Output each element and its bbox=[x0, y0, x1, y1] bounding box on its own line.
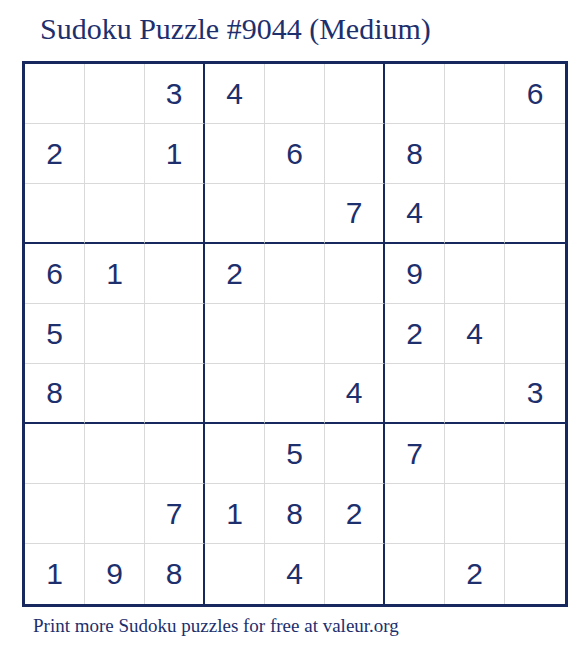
cell-r3c5[interactable] bbox=[265, 184, 325, 244]
cell-r1c3: 3 bbox=[145, 64, 205, 124]
cell-r4c4: 2 bbox=[205, 244, 265, 304]
cell-r7c8[interactable] bbox=[445, 424, 505, 484]
sudoku-page: Sudoku Puzzle #9044 (Medium) 34621687461… bbox=[0, 0, 574, 651]
cell-r2c9[interactable] bbox=[505, 124, 565, 184]
cell-r8c4: 1 bbox=[205, 484, 265, 544]
cell-r3c3[interactable] bbox=[145, 184, 205, 244]
cell-r4c1: 6 bbox=[25, 244, 85, 304]
cell-r3c1[interactable] bbox=[25, 184, 85, 244]
cell-r3c8[interactable] bbox=[445, 184, 505, 244]
cell-r1c8[interactable] bbox=[445, 64, 505, 124]
cell-r5c5[interactable] bbox=[265, 304, 325, 364]
cell-r8c5: 8 bbox=[265, 484, 325, 544]
cell-r6c6: 4 bbox=[325, 364, 385, 424]
cell-r3c7: 4 bbox=[385, 184, 445, 244]
cell-r2c2[interactable] bbox=[85, 124, 145, 184]
cell-r6c1: 8 bbox=[25, 364, 85, 424]
cell-r6c8[interactable] bbox=[445, 364, 505, 424]
cell-r1c6[interactable] bbox=[325, 64, 385, 124]
cell-r9c3: 8 bbox=[145, 544, 205, 604]
cell-r1c1[interactable] bbox=[25, 64, 85, 124]
cell-r1c4: 4 bbox=[205, 64, 265, 124]
cell-r7c2[interactable] bbox=[85, 424, 145, 484]
cell-r5c9[interactable] bbox=[505, 304, 565, 364]
cell-r2c5: 6 bbox=[265, 124, 325, 184]
cell-r4c3[interactable] bbox=[145, 244, 205, 304]
cell-r3c4[interactable] bbox=[205, 184, 265, 244]
cell-r7c1[interactable] bbox=[25, 424, 85, 484]
cell-r6c7[interactable] bbox=[385, 364, 445, 424]
cell-r9c8: 2 bbox=[445, 544, 505, 604]
cell-r1c9: 6 bbox=[505, 64, 565, 124]
cell-r5c7: 2 bbox=[385, 304, 445, 364]
cell-r4c9[interactable] bbox=[505, 244, 565, 304]
cell-r5c2[interactable] bbox=[85, 304, 145, 364]
cell-r9c4[interactable] bbox=[205, 544, 265, 604]
cell-r9c5: 4 bbox=[265, 544, 325, 604]
cell-r2c7: 8 bbox=[385, 124, 445, 184]
cell-r9c6[interactable] bbox=[325, 544, 385, 604]
cell-r5c3[interactable] bbox=[145, 304, 205, 364]
cell-r8c3: 7 bbox=[145, 484, 205, 544]
cell-r6c9: 3 bbox=[505, 364, 565, 424]
cell-r5c6[interactable] bbox=[325, 304, 385, 364]
cell-r8c6: 2 bbox=[325, 484, 385, 544]
cell-r1c5[interactable] bbox=[265, 64, 325, 124]
cell-r3c2[interactable] bbox=[85, 184, 145, 244]
cell-r6c2[interactable] bbox=[85, 364, 145, 424]
footer-text: Print more Sudoku puzzles for free at va… bbox=[33, 615, 399, 637]
cell-r7c3[interactable] bbox=[145, 424, 205, 484]
cell-r8c7[interactable] bbox=[385, 484, 445, 544]
cell-r8c9[interactable] bbox=[505, 484, 565, 544]
cell-r4c7: 9 bbox=[385, 244, 445, 304]
cell-r8c8[interactable] bbox=[445, 484, 505, 544]
cell-r6c3[interactable] bbox=[145, 364, 205, 424]
cell-r2c6[interactable] bbox=[325, 124, 385, 184]
cell-r7c5: 5 bbox=[265, 424, 325, 484]
cell-r9c1: 1 bbox=[25, 544, 85, 604]
cell-r4c8[interactable] bbox=[445, 244, 505, 304]
cell-r1c2[interactable] bbox=[85, 64, 145, 124]
cell-r4c6[interactable] bbox=[325, 244, 385, 304]
cell-r4c2: 1 bbox=[85, 244, 145, 304]
cell-r2c8[interactable] bbox=[445, 124, 505, 184]
cell-r6c5[interactable] bbox=[265, 364, 325, 424]
cell-r1c7[interactable] bbox=[385, 64, 445, 124]
cell-r4c5[interactable] bbox=[265, 244, 325, 304]
cell-r7c6[interactable] bbox=[325, 424, 385, 484]
cell-r7c4[interactable] bbox=[205, 424, 265, 484]
cell-r6c4[interactable] bbox=[205, 364, 265, 424]
cell-r7c9[interactable] bbox=[505, 424, 565, 484]
sudoku-grid: 346216874612952484357718219842 bbox=[22, 61, 568, 607]
cell-r3c6: 7 bbox=[325, 184, 385, 244]
cell-r9c9[interactable] bbox=[505, 544, 565, 604]
cell-r9c7[interactable] bbox=[385, 544, 445, 604]
cell-r2c3: 1 bbox=[145, 124, 205, 184]
cell-r9c2: 9 bbox=[85, 544, 145, 604]
page-title: Sudoku Puzzle #9044 (Medium) bbox=[40, 12, 431, 46]
cell-r2c1: 2 bbox=[25, 124, 85, 184]
cell-r5c4[interactable] bbox=[205, 304, 265, 364]
cell-r8c2[interactable] bbox=[85, 484, 145, 544]
cell-r5c1: 5 bbox=[25, 304, 85, 364]
cell-r8c1[interactable] bbox=[25, 484, 85, 544]
cell-r5c8: 4 bbox=[445, 304, 505, 364]
cell-r7c7: 7 bbox=[385, 424, 445, 484]
cell-r2c4[interactable] bbox=[205, 124, 265, 184]
cell-r3c9[interactable] bbox=[505, 184, 565, 244]
